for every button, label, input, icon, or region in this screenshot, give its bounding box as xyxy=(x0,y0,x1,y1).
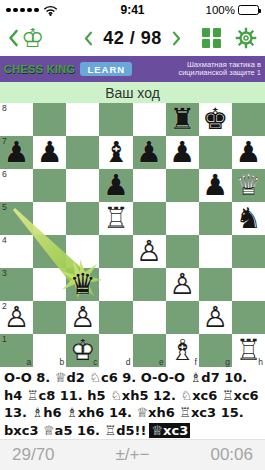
square-g8[interactable]: ♚ xyxy=(199,103,232,136)
square-e8[interactable] xyxy=(133,103,166,136)
square-b7[interactable]: ♟ xyxy=(33,136,66,169)
square-d8[interactable] xyxy=(99,103,132,136)
square-h8[interactable] xyxy=(232,103,265,136)
square-h1[interactable]: h♜♖ xyxy=(232,334,265,367)
square-e6[interactable] xyxy=(133,169,166,202)
battery-percent: 100% xyxy=(206,4,235,16)
rank-label: 1 xyxy=(2,334,7,344)
square-g2[interactable]: ♟♙ xyxy=(199,301,232,334)
file-label: b xyxy=(60,357,65,367)
square-b6[interactable] xyxy=(33,169,66,202)
settings-gear-icon[interactable] xyxy=(235,27,257,49)
black-pawn[interactable]: ♟ xyxy=(33,136,66,169)
square-e2[interactable] xyxy=(133,301,166,334)
square-f5[interactable] xyxy=(166,202,199,235)
square-d4[interactable] xyxy=(99,235,132,268)
white-rook[interactable]: ♜♖ xyxy=(99,202,132,235)
square-c6[interactable] xyxy=(66,169,99,202)
white-pawn[interactable]: ♟♙ xyxy=(66,301,99,334)
white-pawn[interactable]: ♟♙ xyxy=(199,301,232,334)
square-h2[interactable] xyxy=(232,301,265,334)
black-knight[interactable]: ♞ xyxy=(232,202,265,235)
footer-bar: 29/70 ±/+− 00:06 xyxy=(0,439,265,470)
square-c8[interactable] xyxy=(66,103,99,136)
black-pawn[interactable]: ♟ xyxy=(99,169,132,202)
square-h6[interactable]: ♛♕ xyxy=(232,169,265,202)
black-pawn[interactable]: ♟ xyxy=(166,136,199,169)
square-c5[interactable] xyxy=(66,202,99,235)
nav-bar: ♔ 42 / 98 xyxy=(0,20,265,56)
played-moves: O-O 8. ♕d2 ♘c6 9. O-O-O ♗d7 10. h4 ♖c8 1… xyxy=(4,370,259,438)
square-d2[interactable] xyxy=(99,301,132,334)
rank-label: 2 xyxy=(2,301,7,311)
next-puzzle-arrow[interactable] xyxy=(172,31,181,46)
square-a1[interactable]: 1a xyxy=(0,334,33,367)
square-g4[interactable] xyxy=(199,235,232,268)
board-container: 8♜♚7♟♟♝♟♟♟6♟♟♛♕5♜♖♞4♟♙3♛♟♙2♟♙♟♙♟♙1abc♚♔d… xyxy=(0,103,265,367)
file-label: h xyxy=(258,357,263,367)
app-screen: 9:41 100% ♔ 42 / 98 xyxy=(0,0,265,470)
file-label: f xyxy=(194,357,196,367)
move-list[interactable]: O-O 8. ♕d2 ♘c6 9. O-O-O ♗d7 10. h4 ♖c8 1… xyxy=(0,367,265,439)
app-logo-king-icon: ♔ xyxy=(21,23,44,53)
back-chevron-icon xyxy=(8,29,19,47)
square-g1[interactable]: g xyxy=(199,334,232,367)
square-f2[interactable] xyxy=(166,301,199,334)
rank-label: 5 xyxy=(2,202,7,212)
square-b2[interactable] xyxy=(33,301,66,334)
square-d1[interactable]: d xyxy=(99,334,132,367)
white-pawn[interactable]: ♟♙ xyxy=(166,268,199,301)
square-g6[interactable]: ♟ xyxy=(199,169,232,202)
square-c7[interactable] xyxy=(66,136,99,169)
square-f6[interactable] xyxy=(166,169,199,202)
battery-icon xyxy=(238,5,259,15)
learn-badge: LEARN xyxy=(80,62,132,76)
black-rook[interactable]: ♜ xyxy=(166,103,199,136)
prev-puzzle-arrow[interactable] xyxy=(84,31,93,46)
square-h4[interactable] xyxy=(232,235,265,268)
square-f1[interactable]: f♝♗ xyxy=(166,334,199,367)
status-bar: 9:41 100% xyxy=(0,0,265,20)
square-h3[interactable] xyxy=(232,268,265,301)
file-label: d xyxy=(126,357,131,367)
square-h5[interactable]: ♞ xyxy=(232,202,265,235)
chess-board: 8♜♚7♟♟♝♟♟♟6♟♟♛♕5♜♖♞4♟♙3♛♟♙2♟♙♟♙♟♙1abc♚♔d… xyxy=(0,103,265,367)
square-a8[interactable]: 8 xyxy=(0,103,33,136)
black-pawn[interactable]: ♟ xyxy=(133,136,166,169)
square-a5[interactable]: 5 xyxy=(0,202,33,235)
rank-label: 4 xyxy=(2,235,7,245)
progress-counter: 29/70 xyxy=(12,445,55,465)
square-h7[interactable]: ♟ xyxy=(232,136,265,169)
rank-label: 3 xyxy=(2,268,7,278)
current-move[interactable]: ♕xc3 xyxy=(149,423,190,438)
square-e3[interactable] xyxy=(133,268,166,301)
move-prompt: Ваш ход xyxy=(0,82,265,103)
square-c4[interactable] xyxy=(66,235,99,268)
black-queen[interactable]: ♛ xyxy=(66,268,99,301)
black-bishop[interactable]: ♝ xyxy=(99,136,132,169)
black-pawn[interactable]: ♟ xyxy=(199,169,232,202)
file-label: a xyxy=(26,357,31,367)
square-a3[interactable]: 3 xyxy=(0,268,33,301)
square-e5[interactable] xyxy=(133,202,166,235)
puzzle-grid-icon[interactable] xyxy=(202,28,222,48)
square-b5[interactable] xyxy=(33,202,66,235)
brand-title: CHESS KING xyxy=(4,63,75,75)
white-pawn[interactable]: ♟♙ xyxy=(133,235,166,268)
rank-label: 7 xyxy=(2,136,7,146)
square-d6[interactable]: ♟ xyxy=(99,169,132,202)
square-b1[interactable]: b xyxy=(33,334,66,367)
square-f3[interactable]: ♟♙ xyxy=(166,268,199,301)
square-d5[interactable]: ♜♖ xyxy=(99,202,132,235)
white-queen[interactable]: ♛♕ xyxy=(232,169,265,202)
square-d7[interactable]: ♝ xyxy=(99,136,132,169)
file-label: c xyxy=(93,357,97,367)
square-f8[interactable]: ♜ xyxy=(166,103,199,136)
course-title: Шахматная тактика в сицилианской защите … xyxy=(137,61,261,78)
square-e1[interactable]: e xyxy=(133,334,166,367)
square-b3[interactable] xyxy=(33,268,66,301)
brand-banner[interactable]: CHESS KING LEARN Шахматная тактика в сиц… xyxy=(0,56,265,82)
file-label: g xyxy=(225,357,230,367)
back-button[interactable]: ♔ xyxy=(8,23,44,53)
square-c3[interactable]: ♛ xyxy=(66,268,99,301)
black-king[interactable]: ♚ xyxy=(199,103,232,136)
square-a6[interactable]: 6 xyxy=(0,169,33,202)
square-c1[interactable]: c♚♔ xyxy=(66,334,99,367)
square-f7[interactable]: ♟ xyxy=(166,136,199,169)
square-b8[interactable] xyxy=(33,103,66,136)
square-g7[interactable] xyxy=(199,136,232,169)
file-label: e xyxy=(159,357,164,367)
square-g5[interactable] xyxy=(199,202,232,235)
timer: 00:06 xyxy=(210,445,253,465)
rank-label: 6 xyxy=(2,169,7,179)
evaluation-label: ±/+− xyxy=(116,445,150,465)
square-e7[interactable]: ♟ xyxy=(133,136,166,169)
square-a2[interactable]: 2♟♙ xyxy=(0,301,33,334)
square-f4[interactable] xyxy=(166,235,199,268)
rank-label: 8 xyxy=(2,103,7,113)
square-b4[interactable] xyxy=(33,235,66,268)
square-d3[interactable] xyxy=(99,268,132,301)
square-a7[interactable]: 7♟ xyxy=(0,136,33,169)
puzzle-counter: 42 / 98 xyxy=(103,28,162,49)
square-c2[interactable]: ♟♙ xyxy=(66,301,99,334)
square-g3[interactable] xyxy=(199,268,232,301)
black-pawn[interactable]: ♟ xyxy=(232,136,265,169)
square-a4[interactable]: 4 xyxy=(0,235,33,268)
square-e4[interactable]: ♟♙ xyxy=(133,235,166,268)
